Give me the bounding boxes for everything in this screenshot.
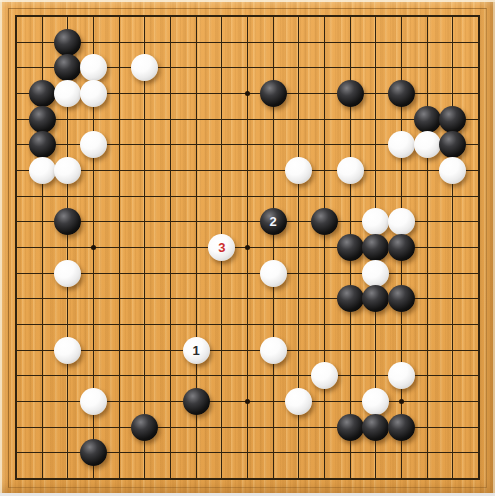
go-diagram: 231 bbox=[0, 0, 495, 496]
stone-black bbox=[29, 131, 56, 158]
stone-black bbox=[131, 414, 158, 441]
stone-white bbox=[260, 337, 287, 364]
stone-black bbox=[439, 106, 466, 133]
grid-line-vertical bbox=[427, 17, 428, 479]
stone-black bbox=[29, 106, 56, 133]
star-point bbox=[91, 245, 96, 250]
stone-white bbox=[414, 131, 441, 158]
stone-black bbox=[414, 106, 441, 133]
grid-line-vertical bbox=[452, 17, 453, 479]
stone-white bbox=[260, 260, 287, 287]
move-number-2: 2 bbox=[270, 215, 277, 228]
star-point bbox=[399, 399, 404, 404]
stone-black bbox=[362, 414, 389, 441]
stone-black bbox=[337, 80, 364, 107]
stone-white bbox=[80, 80, 107, 107]
stone-black bbox=[388, 414, 415, 441]
stone-white bbox=[29, 157, 56, 184]
stone-black bbox=[54, 29, 81, 56]
stone-black bbox=[29, 80, 56, 107]
stone-black bbox=[388, 234, 415, 261]
grid-line-horizontal bbox=[17, 350, 479, 351]
grid-line-vertical bbox=[324, 17, 325, 479]
stone-white bbox=[80, 388, 107, 415]
stone-white bbox=[362, 260, 389, 287]
stone-black bbox=[388, 80, 415, 107]
stone-white: 1 bbox=[183, 337, 210, 364]
star-point bbox=[245, 245, 250, 250]
star-point bbox=[245, 91, 250, 96]
star-point bbox=[245, 399, 250, 404]
move-number-1: 1 bbox=[193, 344, 200, 357]
stone-black bbox=[337, 285, 364, 312]
stone-white bbox=[54, 337, 81, 364]
stone-black bbox=[337, 414, 364, 441]
stone-white bbox=[54, 260, 81, 287]
stone-black bbox=[183, 388, 210, 415]
move-number-3: 3 bbox=[218, 241, 225, 254]
stone-black: 2 bbox=[260, 208, 287, 235]
grid-line-horizontal bbox=[17, 273, 479, 274]
stone-white bbox=[337, 157, 364, 184]
stone-black bbox=[337, 234, 364, 261]
stone-black bbox=[260, 80, 287, 107]
grid-line-horizontal bbox=[17, 324, 479, 325]
go-board-grid[interactable]: 231 bbox=[0, 0, 495, 496]
